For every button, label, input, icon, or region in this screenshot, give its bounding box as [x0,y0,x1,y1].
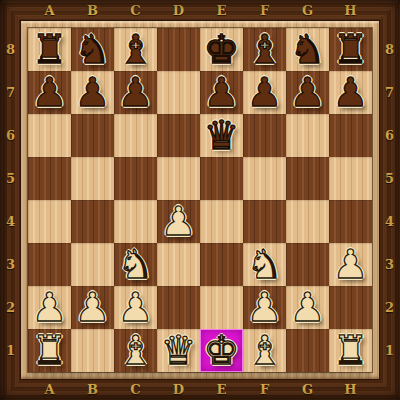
file-label-d-top: D [157,0,200,21]
square-h1[interactable]: ♜ [329,329,372,372]
rank-label-3-left: 3 [0,243,21,286]
piece-black-knight-b8[interactable]: ♞ [71,28,114,71]
file-label-c-top: C [114,0,157,21]
piece-black-king-e8[interactable]: ♚ [200,28,243,71]
rank-label-7-right: 7 [379,71,400,114]
piece-black-queen-e6[interactable]: ♛ [200,114,243,157]
rank-label-1-left: 1 [0,329,21,372]
rank-label-6-right: 6 [379,114,400,157]
piece-black-bishop-c8[interactable]: ♝ [114,28,157,71]
square-c1[interactable]: ♝ [114,329,157,372]
square-c3[interactable]: ♞ [114,243,157,286]
square-e4[interactable] [200,200,243,243]
file-label-h-top: H [329,0,372,21]
square-e7[interactable]: ♟ [200,71,243,114]
square-e1[interactable]: ♚ [200,329,243,372]
file-label-c-bottom: C [114,379,157,400]
square-d3[interactable] [157,243,200,286]
rank-labels-right: 87654321 [379,28,400,372]
piece-white-pawn-d4[interactable]: ♟ [157,200,200,243]
piece-black-pawn-b7[interactable]: ♟ [71,71,114,114]
piece-black-rook-a8[interactable]: ♜ [28,28,71,71]
square-h6[interactable] [329,114,372,157]
square-g8[interactable]: ♞ [286,28,329,71]
piece-black-pawn-a7[interactable]: ♟ [28,71,71,114]
square-f7[interactable]: ♟ [243,71,286,114]
piece-white-pawn-a2[interactable]: ♟ [28,286,71,329]
square-f4[interactable] [243,200,286,243]
rank-label-4-left: 4 [0,200,21,243]
square-g7[interactable]: ♟ [286,71,329,114]
square-h5[interactable] [329,157,372,200]
square-c6[interactable] [114,114,157,157]
square-c2[interactable]: ♟ [114,286,157,329]
rank-label-2-right: 2 [379,286,400,329]
square-d5[interactable] [157,157,200,200]
square-f3[interactable]: ♞ [243,243,286,286]
piece-black-pawn-h7[interactable]: ♟ [329,71,372,114]
square-b8[interactable]: ♞ [71,28,114,71]
square-a4[interactable] [28,200,71,243]
rank-label-7-left: 7 [0,71,21,114]
file-label-a-bottom: A [28,379,71,400]
square-g3[interactable] [286,243,329,286]
piece-white-bishop-f1[interactable]: ♝ [243,329,286,372]
square-f1[interactable]: ♝ [243,329,286,372]
piece-black-pawn-f7[interactable]: ♟ [243,71,286,114]
piece-black-pawn-c7[interactable]: ♟ [114,71,157,114]
square-c5[interactable] [114,157,157,200]
square-h7[interactable]: ♟ [329,71,372,114]
square-b2[interactable]: ♟ [71,286,114,329]
rank-label-3-right: 3 [379,243,400,286]
piece-white-pawn-g2[interactable]: ♟ [286,286,329,329]
file-label-g-bottom: G [286,379,329,400]
square-f6[interactable] [243,114,286,157]
square-d8[interactable] [157,28,200,71]
chess-board: ABCDEFGH ABCDEFGH 87654321 87654321 ♜♞♝♚… [0,0,400,400]
piece-black-rook-h8[interactable]: ♜ [329,28,372,71]
piece-white-rook-h1[interactable]: ♜ [329,329,372,372]
rank-label-6-left: 6 [0,114,21,157]
rank-label-2-left: 2 [0,286,21,329]
rank-label-5-right: 5 [379,157,400,200]
square-e5[interactable] [200,157,243,200]
square-e6[interactable]: ♛ [200,114,243,157]
square-g2[interactable]: ♟ [286,286,329,329]
square-f8[interactable]: ♝ [243,28,286,71]
file-label-a-top: A [28,0,71,21]
file-label-e-bottom: E [200,379,243,400]
square-d7[interactable] [157,71,200,114]
square-e2[interactable] [200,286,243,329]
square-c8[interactable]: ♝ [114,28,157,71]
piece-white-pawn-f2[interactable]: ♟ [243,286,286,329]
square-f5[interactable] [243,157,286,200]
piece-white-king-e1[interactable]: ♚ [200,329,243,372]
piece-white-knight-f3[interactable]: ♞ [243,243,286,286]
square-a1[interactable]: ♜ [28,329,71,372]
square-d1[interactable]: ♛ [157,329,200,372]
board-grid: ♜♞♝♚♝♞♜♟♟♟♟♟♟♟♛♟♞♞♟♟♟♟♟♟♜♝♛♚♝♜ [28,28,372,372]
square-b7[interactable]: ♟ [71,71,114,114]
square-e3[interactable] [200,243,243,286]
rank-labels-left: 87654321 [0,28,21,372]
piece-white-bishop-c1[interactable]: ♝ [114,329,157,372]
file-label-f-top: F [243,0,286,21]
piece-white-rook-a1[interactable]: ♜ [28,329,71,372]
piece-black-bishop-f8[interactable]: ♝ [243,28,286,71]
square-a5[interactable] [28,157,71,200]
file-label-d-bottom: D [157,379,200,400]
square-g1[interactable] [286,329,329,372]
square-e8[interactable]: ♚ [200,28,243,71]
file-label-b-top: B [71,0,114,21]
square-c4[interactable] [114,200,157,243]
square-d6[interactable] [157,114,200,157]
piece-black-pawn-e7[interactable]: ♟ [200,71,243,114]
square-b5[interactable] [71,157,114,200]
rank-label-8-left: 8 [0,28,21,71]
square-f2[interactable]: ♟ [243,286,286,329]
file-labels-bottom: ABCDEFGH [28,379,372,400]
square-c7[interactable]: ♟ [114,71,157,114]
piece-white-pawn-h3[interactable]: ♟ [329,243,372,286]
square-b6[interactable] [71,114,114,157]
piece-black-knight-g8[interactable]: ♞ [286,28,329,71]
square-h2[interactable] [329,286,372,329]
piece-white-queen-d1[interactable]: ♛ [157,329,200,372]
square-a3[interactable] [28,243,71,286]
rank-label-5-left: 5 [0,157,21,200]
piece-white-pawn-b2[interactable]: ♟ [71,286,114,329]
square-h4[interactable] [329,200,372,243]
file-label-e-top: E [200,0,243,21]
rank-label-8-right: 8 [379,28,400,71]
piece-black-pawn-g7[interactable]: ♟ [286,71,329,114]
square-h8[interactable]: ♜ [329,28,372,71]
square-a6[interactable] [28,114,71,157]
file-label-b-bottom: B [71,379,114,400]
square-b1[interactable] [71,329,114,372]
square-h3[interactable]: ♟ [329,243,372,286]
rank-label-4-right: 4 [379,200,400,243]
square-a7[interactable]: ♟ [28,71,71,114]
piece-white-knight-c3[interactable]: ♞ [114,243,157,286]
square-b4[interactable] [71,200,114,243]
rank-label-1-right: 1 [379,329,400,372]
file-label-f-bottom: F [243,379,286,400]
square-b3[interactable] [71,243,114,286]
square-d4[interactable]: ♟ [157,200,200,243]
piece-white-pawn-c2[interactable]: ♟ [114,286,157,329]
file-label-g-top: G [286,0,329,21]
file-labels-top: ABCDEFGH [28,0,372,21]
square-g5[interactable] [286,157,329,200]
square-g4[interactable] [286,200,329,243]
file-label-h-bottom: H [329,379,372,400]
square-a2[interactable]: ♟ [28,286,71,329]
square-g6[interactable] [286,114,329,157]
square-d2[interactable] [157,286,200,329]
square-a8[interactable]: ♜ [28,28,71,71]
